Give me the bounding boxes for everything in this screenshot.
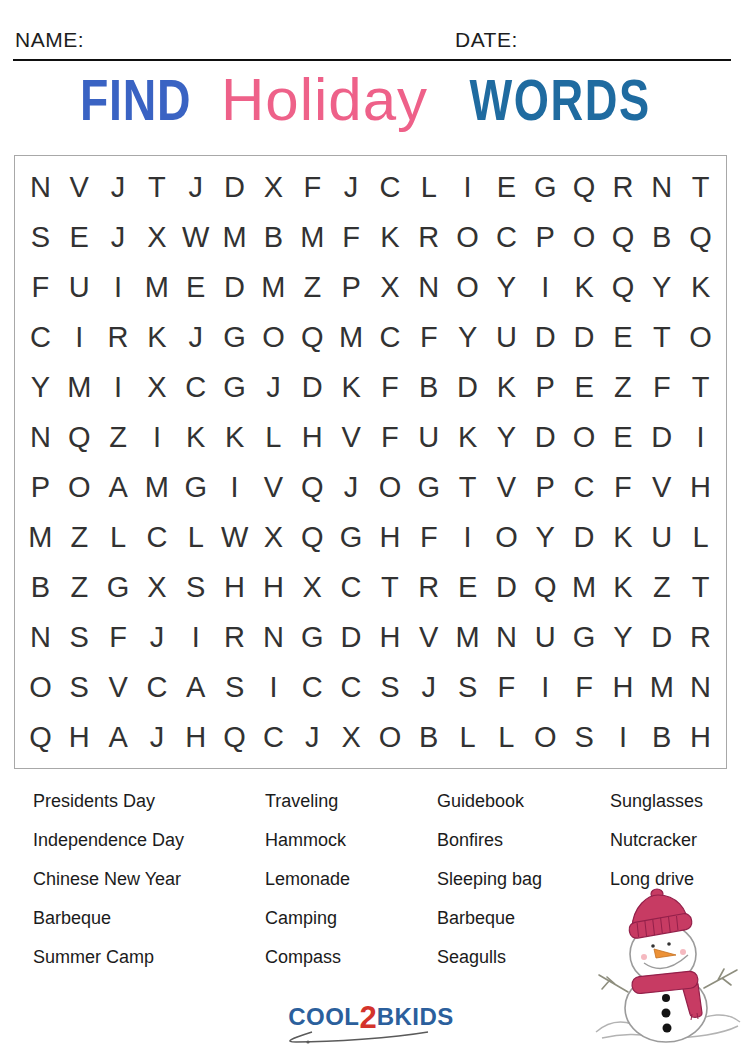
wordsearch-grid: NVJTJDXFJCLIEGQRNTSEJXWMBMFKROCPOQBQFUIM…	[14, 155, 727, 769]
title-find: FIND	[80, 71, 191, 129]
grid-cell-r8c13[interactable]: O	[487, 512, 526, 562]
grid-cell-r2c12[interactable]: O	[448, 212, 487, 262]
grid-cell-r6c1[interactable]: N	[21, 412, 60, 462]
grid-cell-r1c8[interactable]: F	[293, 162, 332, 212]
grid-cell-r2c5[interactable]: W	[176, 212, 215, 262]
grid-cell-r5c8[interactable]: D	[293, 362, 332, 412]
grid-cell-r3c3[interactable]: I	[99, 262, 138, 312]
grid-cell-r9c8[interactable]: X	[293, 562, 332, 612]
grid-cell-r12c3[interactable]: A	[99, 712, 138, 762]
grid-cell-r11c7[interactable]: I	[254, 662, 293, 712]
button	[662, 994, 670, 1002]
grid-cell-r9c2[interactable]: Z	[60, 562, 99, 612]
title-holiday: Holiday	[221, 70, 428, 130]
grid-cell-r9c7[interactable]: H	[254, 562, 293, 612]
grid-cell-r5c16[interactable]: Z	[603, 362, 642, 412]
grid-cell-r2c4[interactable]: X	[137, 212, 176, 262]
grid-cell-r10c1[interactable]: N	[21, 612, 60, 662]
word-item: Independence Day	[33, 821, 265, 860]
word-item: Traveling	[265, 782, 437, 821]
grid-cell-r6c5[interactable]: K	[176, 412, 215, 462]
grid-cell-r10c9[interactable]: D	[332, 612, 371, 662]
grid-cell-r6c7[interactable]: L	[254, 412, 293, 462]
grid-cell-r12c12[interactable]: L	[448, 712, 487, 762]
grid-cell-r3c13[interactable]: Y	[487, 262, 526, 312]
grid-cell-r8c1[interactable]: M	[21, 512, 60, 562]
grid-cell-r6c4[interactable]: I	[137, 412, 176, 462]
word-item: Barbeque	[33, 899, 265, 938]
grid-cell-r4c10[interactable]: C	[370, 312, 409, 362]
grid-cell-r1c18[interactable]: T	[681, 162, 720, 212]
grid-cell-r11c14[interactable]: I	[526, 662, 565, 712]
grid-cell-r4c6[interactable]: G	[215, 312, 254, 362]
grid-cell-r1c11[interactable]: L	[409, 162, 448, 212]
grid-cell-r11c18[interactable]: N	[681, 662, 720, 712]
grid-cell-r12c11[interactable]: B	[409, 712, 448, 762]
grid-cell-r2c2[interactable]: E	[60, 212, 99, 262]
word-item: Nutcracker	[610, 821, 728, 860]
grid-cell-r1c6[interactable]: D	[215, 162, 254, 212]
word-item: Sunglasses	[610, 782, 728, 821]
grid-cell-r3c4[interactable]: M	[137, 262, 176, 312]
grid-cell-r1c1[interactable]: N	[21, 162, 60, 212]
grid-cell-r11c11[interactable]: J	[409, 662, 448, 712]
grid-cell-r6c6[interactable]: K	[215, 412, 254, 462]
grid-cell-r8c9[interactable]: G	[332, 512, 371, 562]
grid-cell-r4c18[interactable]: O	[681, 312, 720, 362]
grid-cell-r11c4[interactable]: C	[137, 662, 176, 712]
grid-cell-r9c17[interactable]: Z	[642, 562, 681, 612]
grid-cell-r9c15[interactable]: M	[565, 562, 604, 612]
cheek	[680, 949, 686, 955]
grid-cell-r1c5[interactable]: J	[176, 162, 215, 212]
grid-cell-r7c1[interactable]: P	[21, 462, 60, 512]
grid-cell-r11c2[interactable]: S	[60, 662, 99, 712]
grid-cell-r9c6[interactable]: H	[215, 562, 254, 612]
grid-cell-r5c12[interactable]: D	[448, 362, 487, 412]
cool2bkids-logo: COOL2BKIDS	[0, 1002, 742, 1033]
grid-cell-r6c17[interactable]: D	[642, 412, 681, 462]
grid-cell-r3c5[interactable]: E	[176, 262, 215, 312]
grid-cell-r11c13[interactable]: F	[487, 662, 526, 712]
grid-cell-r9c5[interactable]: S	[176, 562, 215, 612]
grid-cell-r5c9[interactable]: K	[332, 362, 371, 412]
grid-cell-r9c1[interactable]: B	[21, 562, 60, 612]
grid-cell-r12c5[interactable]: H	[176, 712, 215, 762]
grid-cell-r12c16[interactable]: I	[603, 712, 642, 762]
word-item: Sleeping bag	[437, 860, 610, 899]
grid-cell-r1c10[interactable]: C	[370, 162, 409, 212]
grid-cell-r12c7[interactable]: C	[254, 712, 293, 762]
grid-cell-r11c3[interactable]: V	[99, 662, 138, 712]
grid-cell-r5c15[interactable]: E	[565, 362, 604, 412]
grid-cell-r8c8[interactable]: Q	[293, 512, 332, 562]
grid-cell-r9c18[interactable]: T	[681, 562, 720, 612]
grid-cell-r9c3[interactable]: G	[99, 562, 138, 612]
grid-cell-r5c18[interactable]: T	[681, 362, 720, 412]
grid-cell-r11c8[interactable]: C	[293, 662, 332, 712]
grid-cell-r9c13[interactable]: D	[487, 562, 526, 612]
grid-cell-r6c10[interactable]: F	[370, 412, 409, 462]
grid-cell-r4c12[interactable]: Y	[448, 312, 487, 362]
grid-cell-r4c8[interactable]: Q	[293, 312, 332, 362]
grid-cell-r5c7[interactable]: J	[254, 362, 293, 412]
grid-cell-r7c5[interactable]: G	[176, 462, 215, 512]
grid-cell-r9c12[interactable]: E	[448, 562, 487, 612]
grid-cell-r10c11[interactable]: V	[409, 612, 448, 662]
word-item: Seagulls	[437, 938, 610, 977]
grid-cell-r6c18[interactable]: I	[681, 412, 720, 462]
grid-cell-r6c13[interactable]: Y	[487, 412, 526, 462]
grid-cell-r2c15[interactable]: O	[565, 212, 604, 262]
grid-cell-r12c2[interactable]: H	[60, 712, 99, 762]
grid-cell-r10c17[interactable]: D	[642, 612, 681, 662]
grid-cell-r10c4[interactable]: J	[137, 612, 176, 662]
grid-cell-r6c16[interactable]: E	[603, 412, 642, 462]
grid-cell-r1c15[interactable]: Q	[565, 162, 604, 212]
worksheet-page: NAME: DATE: FIND Holiday WORDS NVJTJDXFJ…	[0, 0, 742, 1050]
grid-cell-r12c1[interactable]: Q	[21, 712, 60, 762]
grid-cell-r3c7[interactable]: M	[254, 262, 293, 312]
grid-cell-r4c17[interactable]: T	[642, 312, 681, 362]
grid-cell-r10c2[interactable]: S	[60, 612, 99, 662]
grid-cell-r4c7[interactable]: O	[254, 312, 293, 362]
grid-cell-r7c13[interactable]: V	[487, 462, 526, 512]
grid-cell-r3c8[interactable]: Z	[293, 262, 332, 312]
grid-cell-r3c1[interactable]: F	[21, 262, 60, 312]
grid-cell-r8c4[interactable]: C	[137, 512, 176, 562]
word-item: Guidebook	[437, 782, 610, 821]
word-item: Camping	[265, 899, 437, 938]
eye	[667, 942, 671, 946]
grid-cell-r9c14[interactable]: Q	[526, 562, 565, 612]
grid-cell-r10c15[interactable]: G	[565, 612, 604, 662]
grid-cell-r5c2[interactable]: M	[60, 362, 99, 412]
grid-cell-r7c18[interactable]: H	[681, 462, 720, 512]
grid-cell-r8c5[interactable]: L	[176, 512, 215, 562]
grid-cell-r4c9[interactable]: M	[332, 312, 371, 362]
grid-cell-r3c18[interactable]: K	[681, 262, 720, 312]
grid-cell-r3c16[interactable]: Q	[603, 262, 642, 312]
grid-cell-r10c5[interactable]: I	[176, 612, 215, 662]
grid-cell-r1c17[interactable]: N	[642, 162, 681, 212]
grid-cell-r5c10[interactable]: F	[370, 362, 409, 412]
grid-cell-r8c10[interactable]: H	[370, 512, 409, 562]
word-list-column: TravelingHammockLemonadeCampingCompass	[265, 782, 437, 977]
grid-cell-r6c15[interactable]: O	[565, 412, 604, 462]
grid-cell-r7c15[interactable]: C	[565, 462, 604, 512]
grid-cell-r5c4[interactable]: X	[137, 362, 176, 412]
grid-cell-r2c13[interactable]: C	[487, 212, 526, 262]
grid-cell-r3c11[interactable]: N	[409, 262, 448, 312]
grid-cell-r8c3[interactable]: L	[99, 512, 138, 562]
grid-cell-r8c6[interactable]: W	[215, 512, 254, 562]
grid-cell-r2c1[interactable]: S	[21, 212, 60, 262]
grid-cell-r8c17[interactable]: U	[642, 512, 681, 562]
grid-cell-r7c2[interactable]: O	[60, 462, 99, 512]
grid-cell-r11c9[interactable]: C	[332, 662, 371, 712]
grid-cell-r2c11[interactable]: R	[409, 212, 448, 262]
cheek	[641, 954, 647, 960]
grid-cell-r7c3[interactable]: A	[99, 462, 138, 512]
grid-cell-r6c8[interactable]: H	[293, 412, 332, 462]
header-rule	[13, 59, 731, 61]
grid-cell-r8c11[interactable]: F	[409, 512, 448, 562]
grid-cell-r6c11[interactable]: U	[409, 412, 448, 462]
grid-cell-r2c16[interactable]: Q	[603, 212, 642, 262]
grid-cell-r3c12[interactable]: O	[448, 262, 487, 312]
grid-cell-r10c10[interactable]: H	[370, 612, 409, 662]
word-item: Compass	[265, 938, 437, 977]
grid-cell-r12c13[interactable]: L	[487, 712, 526, 762]
grid-cell-r7c4[interactable]: M	[137, 462, 176, 512]
grid-cell-r6c14[interactable]: D	[526, 412, 565, 462]
grid-cell-r4c13[interactable]: U	[487, 312, 526, 362]
grid-cell-r5c13[interactable]: K	[487, 362, 526, 412]
grid-cell-r12c10[interactable]: O	[370, 712, 409, 762]
grid-cell-r1c7[interactable]: X	[254, 162, 293, 212]
grid-cell-r1c9[interactable]: J	[332, 162, 371, 212]
grid-cell-r12c8[interactable]: J	[293, 712, 332, 762]
grid-cell-r6c9[interactable]: V	[332, 412, 371, 462]
grid-cell-r6c3[interactable]: Z	[99, 412, 138, 462]
grid-cell-r4c1[interactable]: C	[21, 312, 60, 362]
grid-cell-r10c13[interactable]: N	[487, 612, 526, 662]
word-item: Barbeque	[437, 899, 610, 938]
word-list-column: Presidents DayIndependence DayChinese Ne…	[33, 782, 265, 977]
grid-cell-r2c17[interactable]: B	[642, 212, 681, 262]
grid-cell-r12c4[interactable]: J	[137, 712, 176, 762]
grid-cell-r4c3[interactable]: R	[99, 312, 138, 362]
grid-cell-r9c4[interactable]: X	[137, 562, 176, 612]
grid-cell-r9c10[interactable]: T	[370, 562, 409, 612]
grid-cell-r4c4[interactable]: K	[137, 312, 176, 362]
grid-cell-r1c4[interactable]: T	[137, 162, 176, 212]
grid-cell-r3c15[interactable]: K	[565, 262, 604, 312]
grid-cell-r10c3[interactable]: F	[99, 612, 138, 662]
eye	[651, 944, 655, 948]
grid-cell-r7c7[interactable]: V	[254, 462, 293, 512]
grid-cell-r11c10[interactable]: S	[370, 662, 409, 712]
grid-cell-r12c14[interactable]: O	[526, 712, 565, 762]
logo-text-cool: COOL	[288, 1003, 359, 1030]
grid-cell-r4c5[interactable]: J	[176, 312, 215, 362]
grid-cell-r4c15[interactable]: D	[565, 312, 604, 362]
date-label: DATE:	[455, 28, 518, 52]
grid-cell-r10c6[interactable]: R	[215, 612, 254, 662]
grid-cell-r8c18[interactable]: L	[681, 512, 720, 562]
grid-cell-r3c17[interactable]: Y	[642, 262, 681, 312]
logo-text-bkids: BKIDS	[377, 1003, 454, 1030]
grid-cell-r7c17[interactable]: V	[642, 462, 681, 512]
grid-cell-r7c14[interactable]: P	[526, 462, 565, 512]
grid-cell-r4c11[interactable]: F	[409, 312, 448, 362]
grid-cell-r5c1[interactable]: Y	[21, 362, 60, 412]
grid-cell-r11c12[interactable]: S	[448, 662, 487, 712]
grid-cell-r2c10[interactable]: K	[370, 212, 409, 262]
grid-cell-r10c8[interactable]: G	[293, 612, 332, 662]
grid-cell-r11c15[interactable]: F	[565, 662, 604, 712]
grid-cell-r11c6[interactable]: S	[215, 662, 254, 712]
grid-cell-r7c10[interactable]: O	[370, 462, 409, 512]
grid-cell-r10c12[interactable]: M	[448, 612, 487, 662]
grid-cell-r5c6[interactable]: G	[215, 362, 254, 412]
grid-cell-r8c16[interactable]: K	[603, 512, 642, 562]
word-list-column: GuidebookBonfiresSleeping bagBarbequeSea…	[437, 782, 610, 977]
grid-cell-r12c9[interactable]: X	[332, 712, 371, 762]
grid-cell-r11c16[interactable]: H	[603, 662, 642, 712]
grid-cell-r2c14[interactable]: P	[526, 212, 565, 262]
grid-cell-r10c14[interactable]: U	[526, 612, 565, 662]
grid-cell-r9c11[interactable]: R	[409, 562, 448, 612]
page-title: FIND Holiday WORDS	[0, 70, 742, 142]
grid-cell-r11c5[interactable]: A	[176, 662, 215, 712]
title-words: WORDS	[470, 71, 651, 129]
grid-cell-r7c11[interactable]: G	[409, 462, 448, 512]
grid-cell-r2c6[interactable]: M	[215, 212, 254, 262]
word-item: Bonfires	[437, 821, 610, 860]
grid-cell-r1c13[interactable]: E	[487, 162, 526, 212]
grid-cell-r3c9[interactable]: P	[332, 262, 371, 312]
grid-cell-r2c9[interactable]: F	[332, 212, 371, 262]
grid-cell-r7c8[interactable]: Q	[293, 462, 332, 512]
grid-cell-r5c14[interactable]: P	[526, 362, 565, 412]
grid-cell-r9c9[interactable]: C	[332, 562, 371, 612]
word-item: Summer Camp	[33, 938, 265, 977]
grid-cell-r1c14[interactable]: G	[526, 162, 565, 212]
grid-cell-r1c12[interactable]: I	[448, 162, 487, 212]
grid-cell-r8c12[interactable]: I	[448, 512, 487, 562]
grid-cell-r6c12[interactable]: K	[448, 412, 487, 462]
grid-cell-r1c3[interactable]: J	[99, 162, 138, 212]
grid-cell-r10c7[interactable]: N	[254, 612, 293, 662]
grid-cell-r3c10[interactable]: X	[370, 262, 409, 312]
grid-cell-r8c14[interactable]: Y	[526, 512, 565, 562]
grid-cell-r4c14[interactable]: D	[526, 312, 565, 362]
grid-cell-r7c12[interactable]: T	[448, 462, 487, 512]
grid-cell-r4c16[interactable]: E	[603, 312, 642, 362]
grid-cell-r9c16[interactable]: K	[603, 562, 642, 612]
grid-cell-r5c5[interactable]: C	[176, 362, 215, 412]
grid-cell-r2c7[interactable]: B	[254, 212, 293, 262]
grid-cell-r3c6[interactable]: D	[215, 262, 254, 312]
grid-cell-r1c16[interactable]: R	[603, 162, 642, 212]
word-item: Lemonade	[265, 860, 437, 899]
grid-cell-r3c2[interactable]: U	[60, 262, 99, 312]
grid-cell-r1c2[interactable]: V	[60, 162, 99, 212]
grid-cell-r12c18[interactable]: H	[681, 712, 720, 762]
word-item: Presidents Day	[33, 782, 265, 821]
grid-cell-r5c3[interactable]: I	[99, 362, 138, 412]
grid-cell-r10c16[interactable]: Y	[603, 612, 642, 662]
grid-cell-r7c16[interactable]: F	[603, 462, 642, 512]
logo-swoosh	[282, 1029, 432, 1045]
grid-cell-r12c6[interactable]: Q	[215, 712, 254, 762]
grid-cell-r5c17[interactable]: F	[642, 362, 681, 412]
grid-cell-r8c15[interactable]: D	[565, 512, 604, 562]
word-item: Hammock	[265, 821, 437, 860]
grid-cell-r8c7[interactable]: X	[254, 512, 293, 562]
grid-cell-r7c6[interactable]: I	[215, 462, 254, 512]
grid-cell-r3c14[interactable]: I	[526, 262, 565, 312]
grid-cell-r12c17[interactable]: B	[642, 712, 681, 762]
name-label: NAME:	[15, 28, 84, 52]
grid-cell-r4c2[interactable]: I	[60, 312, 99, 362]
grid-cell-r6c2[interactable]: Q	[60, 412, 99, 462]
grid-cell-r10c18[interactable]: R	[681, 612, 720, 662]
grid-cell-r12c15[interactable]: S	[565, 712, 604, 762]
grid-cell-r7c9[interactable]: J	[332, 462, 371, 512]
grid-cell-r11c1[interactable]: O	[21, 662, 60, 712]
grid-cell-r2c3[interactable]: J	[99, 212, 138, 262]
word-item: Chinese New Year	[33, 860, 265, 899]
grid-cell-r2c8[interactable]: M	[293, 212, 332, 262]
grid-cell-r11c17[interactable]: M	[642, 662, 681, 712]
grid-cell-r2c18[interactable]: Q	[681, 212, 720, 262]
grid-cell-r8c2[interactable]: Z	[60, 512, 99, 562]
grid-cell-r5c11[interactable]: B	[409, 362, 448, 412]
